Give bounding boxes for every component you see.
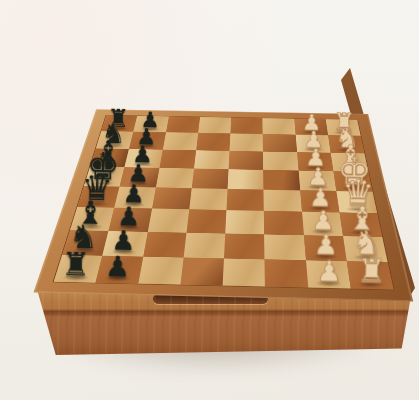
square-g5[interactable] (196, 133, 230, 151)
square-c5[interactable] (186, 209, 226, 233)
scene: ♜♟♟♜♞♟♟♞♝♟♟♝♚♟♟♚♛♟♟♛♝♟♟♝♞♟♟♞♜♟♟♜ (0, 0, 419, 400)
square-h3[interactable] (263, 118, 296, 135)
square-a7[interactable]: ♟ (96, 256, 143, 284)
square-d3[interactable] (264, 190, 302, 212)
square-f3[interactable] (263, 151, 298, 170)
square-g4[interactable] (229, 134, 263, 152)
square-c6[interactable] (147, 209, 189, 233)
square-f4[interactable] (229, 151, 264, 170)
square-h6[interactable] (166, 117, 200, 134)
square-a4[interactable] (223, 258, 266, 286)
square-e6[interactable] (156, 168, 194, 188)
white-pawn-a2[interactable]: ♟ (316, 257, 342, 286)
black-rook-a8[interactable]: ♜ (61, 248, 90, 281)
square-a6[interactable] (138, 257, 183, 285)
white-rook-a1[interactable]: ♜ (357, 254, 387, 287)
square-d6[interactable] (152, 188, 192, 210)
square-b4[interactable] (224, 233, 265, 259)
chess-board: ♜♟♟♜♞♟♟♞♝♟♟♝♚♟♟♚♛♟♟♛♝♟♟♝♞♟♟♞♜♟♟♜ (54, 115, 394, 289)
square-b6[interactable] (143, 232, 186, 258)
square-a2[interactable]: ♟ (306, 260, 351, 288)
square-d4[interactable] (226, 189, 264, 211)
square-a3[interactable] (265, 259, 308, 287)
square-b5[interactable] (183, 232, 225, 258)
square-g6[interactable] (163, 132, 198, 150)
square-c4[interactable] (225, 210, 264, 234)
square-e5[interactable] (192, 168, 229, 188)
square-e4[interactable] (228, 169, 264, 189)
square-c3[interactable] (264, 211, 304, 235)
square-e3[interactable] (263, 170, 300, 191)
square-f6[interactable] (159, 150, 196, 169)
square-a5[interactable] (180, 257, 224, 285)
square-b3[interactable] (264, 234, 305, 260)
square-h4[interactable] (230, 118, 262, 135)
square-h5[interactable] (198, 117, 231, 134)
black-pawn-a7[interactable]: ♟ (105, 253, 131, 282)
square-f5[interactable] (194, 150, 230, 169)
square-g3[interactable] (263, 134, 297, 152)
square-a8[interactable]: ♜ (54, 255, 103, 283)
board-frame: ♜♟♟♜♞♟♟♞♝♟♟♝♚♟♟♚♛♟♟♛♝♟♟♝♞♟♟♞♜♟♟♜ (33, 109, 413, 301)
board-3d-wrap: ♜♟♟♜♞♟♟♞♝♟♟♝♚♟♟♚♛♟♟♛♝♟♟♝♞♟♟♞♜♟♟♜ (33, 109, 413, 301)
square-d5[interactable] (189, 188, 228, 210)
square-a1[interactable]: ♜ (347, 261, 394, 290)
